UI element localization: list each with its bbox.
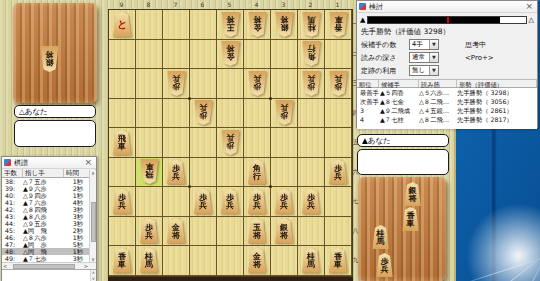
piece-gote-香車-11[interactable]: 香車 bbox=[328, 12, 349, 37]
square-71[interactable] bbox=[163, 10, 190, 40]
col-header-rank: 順位 bbox=[357, 80, 379, 87]
hand-piece-gote-silver[interactable]: 銀将 bbox=[39, 46, 60, 72]
piece-sente-歩兵-27[interactable]: 歩兵 bbox=[301, 189, 322, 214]
kr-num: 46: bbox=[2, 234, 23, 241]
combo-value: 4手 bbox=[410, 40, 429, 49]
square-85[interactable] bbox=[136, 128, 163, 158]
piece-sente-歩兵-67[interactable]: 歩兵 bbox=[193, 189, 214, 214]
cr-eval: 先手勝勢（ 3298） bbox=[457, 88, 537, 97]
piece-gote-歩兵-73[interactable]: 歩兵 bbox=[166, 71, 187, 96]
square-41[interactable]: 金将 bbox=[244, 10, 271, 40]
kr-time: 3秒 bbox=[66, 220, 83, 227]
square-68[interactable] bbox=[190, 217, 217, 247]
piece-wrap: 飛車 bbox=[136, 158, 162, 187]
piece-wrap: 香車 bbox=[325, 10, 351, 39]
scroll-up-icon[interactable]: ∧ bbox=[90, 170, 96, 177]
square-48[interactable]: 玉将 bbox=[244, 217, 271, 247]
file-label-2: 2 bbox=[297, 0, 324, 9]
thinking-status: 思考中 bbox=[465, 40, 486, 50]
piece-wrap: 角行 bbox=[298, 40, 324, 69]
piece-wrap: 歩兵 bbox=[244, 187, 270, 216]
kr-move: △７五歩 bbox=[23, 178, 66, 185]
square-51[interactable]: 王将 bbox=[217, 10, 244, 40]
square-22[interactable]: 角行 bbox=[298, 40, 325, 70]
square-66[interactable] bbox=[190, 158, 217, 188]
piece-wrap: 王将 bbox=[217, 10, 243, 39]
square-92[interactable] bbox=[109, 40, 136, 70]
piece-wrap: 歩兵 bbox=[271, 99, 297, 128]
square-59[interactable] bbox=[217, 246, 244, 276]
kifu-vertical-scrollbar[interactable]: ∧ ∨ bbox=[89, 170, 96, 263]
kr-time: 2秒 bbox=[66, 185, 83, 192]
search-depth-select[interactable]: 通常 ▼ bbox=[409, 52, 439, 63]
kifu-row-40[interactable]: 40:△９四歩1秒 bbox=[2, 192, 96, 199]
piece-wrap: と bbox=[109, 10, 135, 39]
gote-piece-stand[interactable]: 銀将 bbox=[13, 3, 97, 103]
piece-wrap: 角行 bbox=[244, 158, 270, 187]
piece-wrap: 金将 bbox=[217, 40, 243, 69]
kifu-row-42[interactable]: 42:△８四飛3秒 bbox=[2, 206, 96, 213]
piece-sente-銀将-38[interactable]: 銀将 bbox=[274, 218, 295, 243]
sente-player-label: ▲あなた bbox=[357, 134, 449, 147]
square-11[interactable]: 香車 bbox=[325, 10, 352, 40]
square-58[interactable] bbox=[217, 217, 244, 247]
kifu-row-47[interactable]: 47:▲同 歩5秒 bbox=[2, 241, 96, 248]
square-44[interactable] bbox=[244, 99, 271, 129]
kifu-titlebar[interactable]: 棋譜 × bbox=[2, 157, 96, 169]
candidate-row-1[interactable]: 最善手▲５四香△５六歩…先手勝勢（ 3298） bbox=[357, 88, 537, 97]
piece-sente-玉将-48[interactable]: 玉将 bbox=[247, 218, 268, 243]
cr-move: ▲７七桂 bbox=[379, 115, 419, 124]
cr-rank: 3 bbox=[357, 106, 379, 115]
piece-wrap: 飛車 bbox=[109, 128, 135, 157]
square-57[interactable]: 歩兵 bbox=[217, 187, 244, 217]
board-bottom-frame bbox=[108, 277, 353, 281]
hand-piece-sente-pawn[interactable]: 歩兵 bbox=[375, 253, 394, 277]
square-46[interactable]: 角行 bbox=[244, 158, 271, 188]
kr-time: 5秒 bbox=[66, 241, 83, 248]
kr-move: ▲同 飛 bbox=[23, 227, 66, 234]
kifu-comment-box[interactable]: ∧∨ bbox=[2, 269, 96, 281]
square-32[interactable] bbox=[271, 40, 298, 70]
square-87[interactable] bbox=[136, 187, 163, 217]
square-42[interactable] bbox=[244, 40, 271, 70]
analysis-window-title: 検討 bbox=[369, 2, 523, 12]
kr-time: 2秒 bbox=[66, 227, 83, 234]
piece-wrap: 桂馬 bbox=[298, 10, 324, 39]
comment-scrollbar[interactable]: ∧∨ bbox=[90, 270, 96, 281]
evaluation-bar-row: ▲ △ bbox=[357, 15, 537, 25]
gote-memo-box bbox=[14, 120, 96, 147]
col-header-pv: 読み筋 bbox=[419, 80, 457, 87]
square-54[interactable] bbox=[217, 99, 244, 129]
piece-sente-と-91[interactable]: と bbox=[112, 12, 133, 37]
analysis-window: 検討 × ▲ △ 先手勝勢（評価値 3298） 候補手の数 4手 ▼ 思考中 読… bbox=[356, 0, 538, 128]
square-35[interactable] bbox=[271, 128, 298, 158]
kr-move: ▲同 歩 bbox=[23, 241, 66, 248]
piece-sente-歩兵-37[interactable]: 歩兵 bbox=[274, 189, 295, 214]
piece-wrap: 歩兵 bbox=[190, 99, 216, 128]
piece-gote-歩兵-23[interactable]: 歩兵 bbox=[301, 71, 322, 96]
file-label-6: 6 bbox=[189, 0, 216, 9]
square-37[interactable]: 歩兵 bbox=[271, 187, 298, 217]
square-49[interactable]: 金将 bbox=[244, 246, 271, 276]
setting-label: 定跡の利用 bbox=[361, 66, 409, 76]
setting-depth: 読みの深さ 通常 ▼ <Pro+> bbox=[357, 51, 537, 64]
sente-triangle-icon: ▲ bbox=[360, 15, 365, 25]
cr-move: ▲８七金 bbox=[379, 97, 419, 106]
piece-wrap: 歩兵 bbox=[163, 158, 189, 187]
square-76[interactable]: 歩兵 bbox=[163, 158, 190, 188]
kr-num: 44: bbox=[2, 220, 23, 227]
kr-num: 43: bbox=[2, 213, 23, 220]
square-61[interactable] bbox=[190, 10, 217, 40]
square-15[interactable] bbox=[325, 128, 352, 158]
chevron-down-icon[interactable]: ▼ bbox=[429, 66, 438, 75]
chevron-down-icon[interactable]: ▼ bbox=[429, 40, 438, 49]
piece-wrap: 歩兵 bbox=[298, 69, 324, 98]
square-62[interactable] bbox=[190, 40, 217, 70]
square-43[interactable]: 歩兵 bbox=[244, 69, 271, 99]
square-45[interactable] bbox=[244, 128, 271, 158]
analysis-app-icon bbox=[359, 3, 366, 10]
square-64[interactable]: 歩兵 bbox=[190, 99, 217, 129]
square-81[interactable] bbox=[136, 10, 163, 40]
evaluation-summary: 先手勝勢（評価値 3298） bbox=[357, 25, 537, 38]
kr-time: 4秒 bbox=[66, 199, 83, 206]
square-72[interactable] bbox=[163, 40, 190, 70]
piece-sente-金将-78[interactable]: 金将 bbox=[166, 218, 187, 243]
cr-rank: 次善手 bbox=[357, 97, 379, 106]
piece-gote-歩兵-43[interactable]: 歩兵 bbox=[247, 71, 268, 96]
piece-gote-歩兵-55[interactable]: 歩兵 bbox=[220, 130, 241, 155]
square-97[interactable]: 歩兵 bbox=[109, 187, 136, 217]
kr-num: 40: bbox=[2, 192, 23, 199]
hand-piece-sente-lance[interactable]: 香車 bbox=[401, 207, 420, 231]
piece-wrap: 歩兵 bbox=[325, 69, 351, 98]
kifu-app-icon bbox=[4, 159, 11, 166]
col-header-move-number: 手数 bbox=[2, 169, 23, 177]
piece-sente-歩兵-76[interactable]: 歩兵 bbox=[166, 159, 187, 184]
kr-time: 1秒 bbox=[66, 178, 83, 185]
square-26[interactable] bbox=[298, 158, 325, 188]
col-header-eval: 形勢（評価値） bbox=[457, 80, 537, 87]
sente-piece-stand[interactable]: 銀将 香車 桂馬 歩兵 bbox=[358, 177, 446, 281]
square-33[interactable] bbox=[271, 69, 298, 99]
file-label-8: 8 bbox=[135, 0, 162, 9]
square-23[interactable]: 歩兵 bbox=[298, 69, 325, 99]
square-52[interactable]: 金将 bbox=[217, 40, 244, 70]
square-75[interactable] bbox=[163, 128, 190, 158]
square-25[interactable] bbox=[298, 128, 325, 158]
piece-gote-歩兵-13[interactable]: 歩兵 bbox=[328, 71, 349, 96]
square-13[interactable]: 歩兵 bbox=[325, 69, 352, 99]
square-17[interactable] bbox=[325, 187, 352, 217]
piece-wrap: 歩兵 bbox=[244, 69, 270, 98]
chevron-down-icon[interactable]: ▼ bbox=[429, 53, 438, 62]
square-24[interactable] bbox=[298, 99, 325, 129]
combo-value: 通常 bbox=[410, 53, 429, 62]
square-29[interactable]: 桂馬 bbox=[298, 246, 325, 276]
piece-wrap: 金将 bbox=[244, 246, 270, 275]
square-16[interactable]: 歩兵 bbox=[325, 158, 352, 188]
star-point bbox=[188, 97, 191, 100]
piece-gote-金将-52[interactable]: 金将 bbox=[220, 41, 241, 66]
cr-pv: △５六歩… bbox=[419, 88, 457, 97]
square-39[interactable] bbox=[271, 246, 298, 276]
setting-joseki: 定跡の利用 無し ▼ bbox=[357, 64, 537, 77]
combo-value: 無し bbox=[410, 66, 429, 75]
candidate-table[interactable]: 最善手▲５四香△５六歩…先手勝勢（ 3298）次善手▲８七金△８二飛…先手勝勢（… bbox=[357, 88, 537, 129]
kr-move: △９四歩 bbox=[23, 192, 66, 199]
candidate-row-3[interactable]: 3▲９二飛成△４五銀…先手勝勢（ 2861） bbox=[357, 106, 537, 115]
kr-time: 3秒 bbox=[66, 213, 83, 220]
piece-wrap: 銀将 bbox=[271, 10, 297, 39]
board-grid[interactable]: と王将金将銀将桂馬香車金将角行歩兵歩兵歩兵歩兵歩兵歩兵飛車歩兵飛車歩兵角行歩兵歩… bbox=[108, 9, 353, 277]
piece-gote-角行-22[interactable]: 角行 bbox=[301, 41, 322, 66]
kifu-row-48[interactable]: 48:△同 飛1秒 bbox=[2, 248, 96, 255]
kifu-column-headers: 手数 指し手 時間 bbox=[2, 169, 96, 178]
kr-time: 3秒 bbox=[66, 206, 83, 213]
kr-move: △８六歩 bbox=[23, 234, 66, 241]
square-91[interactable]: と bbox=[109, 10, 136, 40]
candidate-row-4[interactable]: 4▲７七桂△８二飛…先手勝勢（ 2817） bbox=[357, 115, 537, 124]
square-84[interactable] bbox=[136, 99, 163, 129]
piece-sente-角行-46[interactable]: 角行 bbox=[247, 159, 268, 184]
piece-sente-金将-49[interactable]: 金将 bbox=[247, 248, 268, 273]
analysis-titlebar[interactable]: 検討 × bbox=[357, 1, 537, 13]
piece-wrap: 香車 bbox=[325, 246, 351, 275]
piece-wrap: 歩兵 bbox=[298, 187, 324, 216]
square-69[interactable] bbox=[190, 246, 217, 276]
piece-sente-歩兵-16[interactable]: 歩兵 bbox=[328, 159, 349, 184]
file-label-9: 9 bbox=[108, 0, 135, 9]
square-98[interactable] bbox=[109, 217, 136, 247]
piece-gote-桂馬-21[interactable]: 桂馬 bbox=[301, 12, 322, 37]
kr-time: 1秒 bbox=[66, 234, 83, 241]
kr-move: ▲７七歩 bbox=[23, 255, 66, 262]
kifu-row-49[interactable]: 49:▲７七歩3秒 bbox=[2, 255, 96, 262]
file-label-5: 5 bbox=[216, 0, 243, 9]
candidates-count-select[interactable]: 4手 ▼ bbox=[409, 39, 439, 50]
square-36[interactable] bbox=[271, 158, 298, 188]
square-14[interactable] bbox=[325, 99, 352, 129]
square-78[interactable]: 金将 bbox=[163, 217, 190, 247]
star-point bbox=[269, 185, 272, 188]
kr-num: 41: bbox=[2, 199, 23, 206]
cr-move: ▲５四香 bbox=[379, 88, 419, 97]
square-82[interactable] bbox=[136, 40, 163, 70]
kifu-row-46[interactable]: 46:△８六歩1秒 bbox=[2, 234, 96, 241]
kifu-move-list[interactable]: 38:△７五歩1秒39:▲９六歩2秒40:△９四歩1秒41:▲７六歩4秒42:△… bbox=[2, 178, 96, 262]
kr-num: 42: bbox=[2, 206, 23, 213]
square-93[interactable] bbox=[109, 69, 136, 99]
square-56[interactable] bbox=[217, 158, 244, 188]
cr-eval: 先手勝勢（ 3056） bbox=[457, 97, 537, 106]
evaluation-bar-center-mark bbox=[447, 17, 449, 23]
candidate-row-2[interactable]: 次善手▲８七金△８二飛…先手勝勢（ 3056） bbox=[357, 97, 537, 106]
square-31[interactable]: 銀将 bbox=[271, 10, 298, 40]
cr-rank: 最善手 bbox=[357, 88, 379, 97]
piece-gote-金将-41[interactable]: 金将 bbox=[247, 12, 268, 37]
square-77[interactable] bbox=[163, 187, 190, 217]
kifu-horizontal-scrollbar[interactable]: < > bbox=[2, 262, 96, 269]
close-icon[interactable]: × bbox=[523, 2, 535, 11]
kifu-row-45[interactable]: 45:▲同 飛2秒 bbox=[2, 227, 96, 234]
piece-sente-歩兵-88[interactable]: 歩兵 bbox=[139, 218, 160, 243]
square-34[interactable]: 歩兵 bbox=[271, 99, 298, 129]
kr-time: 1秒 bbox=[66, 192, 83, 199]
hand-piece-sente-silver[interactable]: 銀将 bbox=[403, 182, 422, 206]
piece-wrap: 歩兵 bbox=[136, 217, 162, 246]
kr-num: 39: bbox=[2, 185, 23, 192]
square-27[interactable]: 歩兵 bbox=[298, 187, 325, 217]
kr-move: △９五歩 bbox=[23, 220, 66, 227]
kifu-row-41[interactable]: 41:▲７六歩4秒 bbox=[2, 199, 96, 206]
square-74[interactable] bbox=[163, 99, 190, 129]
piece-wrap: 桂馬 bbox=[136, 246, 162, 275]
evaluation-bar bbox=[367, 16, 526, 24]
cr-rank: 4 bbox=[357, 115, 379, 124]
cr-eval: 先手勝勢（ 2817） bbox=[457, 115, 537, 124]
piece-wrap: 歩兵 bbox=[109, 187, 135, 216]
kifu-window: 棋譜 × 手数 指し手 時間 38:△７五歩1秒39:▲９六歩2秒40:△９四歩… bbox=[1, 156, 97, 281]
kr-move: ▲９六歩 bbox=[23, 185, 66, 192]
hand-piece-sente-knight[interactable]: 桂馬 bbox=[371, 225, 390, 249]
square-53[interactable] bbox=[217, 69, 244, 99]
piece-gote-王将-51[interactable]: 王将 bbox=[220, 12, 241, 37]
square-12[interactable] bbox=[325, 40, 352, 70]
kr-move: ▲７六歩 bbox=[23, 199, 66, 206]
file-label-7: 7 bbox=[162, 0, 189, 9]
piece-wrap: 香車 bbox=[109, 246, 135, 275]
file-label-3: 3 bbox=[270, 0, 297, 9]
piece-gote-飛車-86[interactable]: 飛車 bbox=[139, 159, 160, 184]
gote-triangle-icon: △ bbox=[529, 15, 534, 25]
square-88[interactable]: 歩兵 bbox=[136, 217, 163, 247]
square-83[interactable] bbox=[136, 69, 163, 99]
evaluation-bar-black-fill bbox=[368, 17, 500, 23]
piece-sente-歩兵-97[interactable]: 歩兵 bbox=[112, 189, 133, 214]
kr-time: 1秒 bbox=[66, 248, 83, 255]
piece-sente-香車-19[interactable]: 香車 bbox=[328, 248, 349, 273]
kifu-row-44[interactable]: 44:△９五歩3秒 bbox=[2, 220, 96, 227]
piece-wrap: 歩兵 bbox=[163, 69, 189, 98]
piece-wrap: 歩兵 bbox=[217, 128, 243, 157]
kr-num: 49: bbox=[2, 255, 23, 262]
piece-wrap: 玉将 bbox=[244, 217, 270, 246]
square-95[interactable]: 飛車 bbox=[109, 128, 136, 158]
kr-move: ▲８八歩 bbox=[23, 213, 66, 220]
piece-wrap: 銀将 bbox=[271, 217, 297, 246]
kifu-window-title: 棋譜 bbox=[14, 158, 82, 168]
file-label-4: 4 bbox=[243, 0, 270, 9]
square-73[interactable]: 歩兵 bbox=[163, 69, 190, 99]
piece-wrap: 金将 bbox=[163, 217, 189, 246]
setting-candidates: 候補手の数 4手 ▼ 思考中 bbox=[357, 38, 537, 51]
col-header-move: 指し手 bbox=[23, 169, 64, 177]
square-19[interactable]: 香車 bbox=[325, 246, 352, 276]
joseki-use-select[interactable]: 無し ▼ bbox=[409, 65, 439, 76]
square-67[interactable]: 歩兵 bbox=[190, 187, 217, 217]
cr-move: ▲９二飛成 bbox=[379, 106, 419, 115]
cr-pv: △４五銀… bbox=[419, 106, 457, 115]
file-label-1: 1 bbox=[324, 0, 351, 9]
square-38[interactable]: 銀将 bbox=[271, 217, 298, 247]
piece-sente-桂馬-89[interactable]: 桂馬 bbox=[139, 248, 160, 273]
cr-pv: △８二飛… bbox=[419, 115, 457, 124]
kr-num: 47: bbox=[2, 241, 23, 248]
kifu-row-39[interactable]: 39:▲９六歩2秒 bbox=[2, 185, 96, 192]
kr-time: 3秒 bbox=[66, 255, 83, 262]
candidate-table-headers: 順位 候補手 読み筋 形勢（評価値） bbox=[357, 79, 537, 88]
kr-move: △８四飛 bbox=[23, 206, 66, 213]
cr-pv: △８二飛… bbox=[419, 97, 457, 106]
col-header-candidate: 候補手 bbox=[379, 80, 419, 87]
star-point bbox=[269, 97, 272, 100]
piece-sente-歩兵-47[interactable]: 歩兵 bbox=[247, 189, 268, 214]
square-55[interactable]: 歩兵 bbox=[217, 128, 244, 158]
setting-label: 候補手の数 bbox=[361, 40, 409, 50]
star-point bbox=[188, 185, 191, 188]
square-28[interactable] bbox=[298, 217, 325, 247]
kr-num: 38: bbox=[2, 178, 23, 185]
square-65[interactable] bbox=[190, 128, 217, 158]
file-coordinates: 987654321 bbox=[108, 0, 351, 9]
square-86[interactable]: 飛車 bbox=[136, 158, 163, 188]
piece-sente-飛車-95[interactable]: 飛車 bbox=[112, 130, 133, 155]
piece-gote-銀将-31[interactable]: 銀将 bbox=[274, 12, 295, 37]
square-63[interactable] bbox=[190, 69, 217, 99]
engine-level: <Pro+> bbox=[465, 54, 494, 62]
piece-wrap: 歩兵 bbox=[217, 187, 243, 216]
square-99[interactable]: 香車 bbox=[109, 246, 136, 276]
square-89[interactable]: 桂馬 bbox=[136, 246, 163, 276]
square-96[interactable] bbox=[109, 158, 136, 188]
kr-num: 48: bbox=[2, 248, 23, 255]
square-21[interactable]: 桂馬 bbox=[298, 10, 325, 40]
piece-wrap: 桂馬 bbox=[298, 246, 324, 275]
kifu-row-43[interactable]: 43:▲８八歩3秒 bbox=[2, 213, 96, 220]
square-47[interactable]: 歩兵 bbox=[244, 187, 271, 217]
cr-eval: 先手勝勢（ 2861） bbox=[457, 106, 537, 115]
piece-wrap: 歩兵 bbox=[325, 158, 351, 187]
kifu-row-38[interactable]: 38:△７五歩1秒 bbox=[2, 178, 96, 185]
piece-wrap: 歩兵 bbox=[190, 187, 216, 216]
kr-move: △同 飛 bbox=[23, 248, 66, 255]
piece-gote-歩兵-64[interactable]: 歩兵 bbox=[193, 100, 214, 125]
piece-sente-香車-99[interactable]: 香車 bbox=[112, 248, 133, 273]
close-icon[interactable]: × bbox=[82, 158, 94, 167]
piece-sente-桂馬-29[interactable]: 桂馬 bbox=[301, 248, 322, 273]
square-79[interactable] bbox=[163, 246, 190, 276]
sente-memo-box bbox=[357, 149, 449, 175]
piece-gote-歩兵-34[interactable]: 歩兵 bbox=[274, 100, 295, 125]
scroll-thumb[interactable] bbox=[91, 202, 96, 242]
setting-label: 読みの深さ bbox=[361, 53, 409, 63]
kr-num: 45: bbox=[2, 227, 23, 234]
piece-sente-歩兵-57[interactable]: 歩兵 bbox=[220, 189, 241, 214]
shogi-board: 987654321 と王将金将銀将桂馬香車金将角行歩兵歩兵歩兵歩兵歩兵歩兵飛車歩… bbox=[104, 0, 360, 281]
square-18[interactable] bbox=[325, 217, 352, 247]
piece-wrap: 歩兵 bbox=[271, 187, 297, 216]
piece-wrap: 金将 bbox=[244, 10, 270, 39]
gote-player-label: △あなた bbox=[14, 105, 96, 118]
square-94[interactable] bbox=[109, 99, 136, 129]
